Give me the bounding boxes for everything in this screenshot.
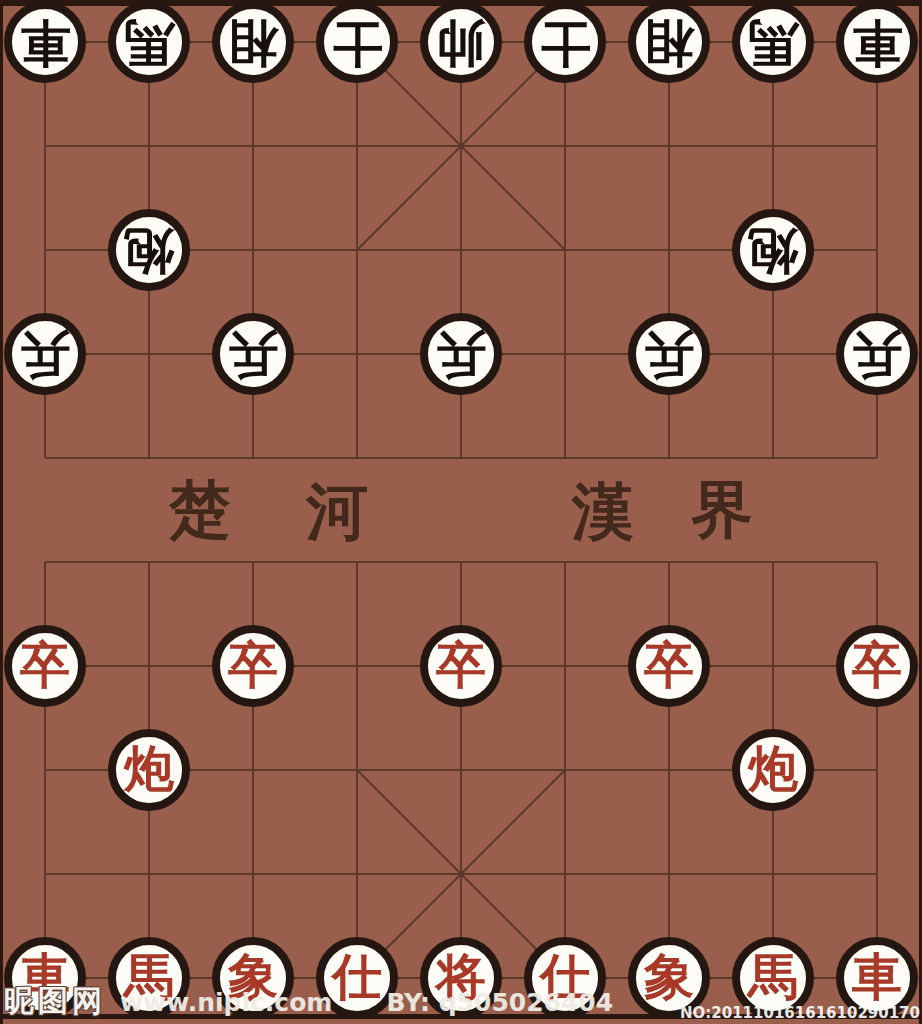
piece-red-soldier[interactable]: 卒: [628, 625, 710, 707]
piece-glyph: 馬: [748, 18, 798, 68]
piece-glyph: 卒: [644, 640, 694, 690]
board-cell: 炮: [721, 718, 825, 822]
piece-black-general[interactable]: 帅: [420, 1, 502, 83]
piece-glyph: 兵: [436, 330, 486, 380]
piece-black-soldier[interactable]: 兵: [212, 313, 294, 395]
board-cell: 卒: [409, 614, 513, 718]
piece-glyph: 炮: [748, 226, 798, 276]
piece-glyph: 車: [852, 18, 902, 68]
piece-black-soldier[interactable]: 兵: [420, 313, 502, 395]
board-cell: 炮: [97, 718, 201, 822]
board-cell: 兵: [409, 302, 513, 406]
piece-red-cannon[interactable]: 炮: [108, 729, 190, 811]
board-cell: 車: [825, 0, 922, 94]
piece-glyph: 馬: [124, 18, 174, 68]
board-cell: 卒: [0, 614, 97, 718]
piece-glyph: 士: [540, 18, 590, 68]
piece-glyph: 卒: [852, 640, 902, 690]
piece-black-soldier[interactable]: 兵: [4, 313, 86, 395]
piece-glyph: 帅: [436, 18, 486, 68]
pieces-layer: 車馬相士帅士相馬車炮炮兵兵兵兵兵卒卒卒卒卒炮炮車馬象仕将仕象馬車: [0, 0, 922, 1024]
piece-red-soldier[interactable]: 卒: [4, 625, 86, 707]
board-cell: 兵: [825, 302, 922, 406]
piece-black-soldier[interactable]: 兵: [628, 313, 710, 395]
piece-black-cannon[interactable]: 炮: [732, 209, 814, 291]
piece-glyph: 士: [332, 18, 382, 68]
piece-glyph: 兵: [20, 330, 70, 380]
piece-black-advisor[interactable]: 士: [524, 1, 606, 83]
piece-glyph: 車: [20, 18, 70, 68]
piece-glyph: 兵: [228, 330, 278, 380]
nipic-url: www.nipic.com: [120, 988, 332, 1017]
board-cell: 炮: [721, 198, 825, 302]
piece-glyph: 卒: [436, 640, 486, 690]
piece-black-soldier[interactable]: 兵: [836, 313, 918, 395]
board-cell: 兵: [0, 302, 97, 406]
board-cell: 馬: [721, 0, 825, 94]
piece-black-chariot[interactable]: 車: [836, 1, 918, 83]
serial-number: NO:20111016161610290170: [680, 1004, 920, 1022]
piece-black-elephant[interactable]: 相: [628, 1, 710, 83]
board-cell: 卒: [201, 614, 305, 718]
piece-black-elephant[interactable]: 相: [212, 1, 294, 83]
board-cell: 馬: [97, 0, 201, 94]
piece-glyph: 馬: [748, 952, 798, 1002]
board-cell: 卒: [825, 614, 922, 718]
piece-glyph: 兵: [644, 330, 694, 380]
piece-glyph: 相: [644, 18, 694, 68]
board-cell: 炮: [97, 198, 201, 302]
piece-black-advisor[interactable]: 士: [316, 1, 398, 83]
board-cell: 卒: [617, 614, 721, 718]
board-cell: 兵: [201, 302, 305, 406]
piece-black-horse[interactable]: 馬: [108, 1, 190, 83]
board-cell: 兵: [617, 302, 721, 406]
board-cell: 士: [513, 0, 617, 94]
piece-glyph: 象: [644, 952, 694, 1002]
nipic-logo: 昵图网: [4, 981, 106, 1022]
author-credit: BY: q505026404: [386, 988, 613, 1017]
xiangqi-board: 楚 河 漢 界 車馬相士帅士相馬車炮炮兵兵兵兵兵卒卒卒卒卒炮炮車馬象仕将仕象馬車…: [0, 0, 922, 1024]
piece-red-soldier[interactable]: 卒: [420, 625, 502, 707]
watermark-left: 昵图网 www.nipic.com BY: q505026404: [4, 981, 613, 1022]
piece-glyph: 車: [852, 952, 902, 1002]
piece-glyph: 兵: [852, 330, 902, 380]
board-cell: 帅: [409, 0, 513, 94]
piece-glyph: 炮: [124, 226, 174, 276]
piece-black-horse[interactable]: 馬: [732, 1, 814, 83]
piece-red-soldier[interactable]: 卒: [212, 625, 294, 707]
piece-glyph: 卒: [20, 640, 70, 690]
piece-glyph: 炮: [124, 744, 174, 794]
piece-glyph: 炮: [748, 744, 798, 794]
board-cell: 相: [201, 0, 305, 94]
board-cell: 士: [305, 0, 409, 94]
piece-glyph: 卒: [228, 640, 278, 690]
piece-glyph: 相: [228, 18, 278, 68]
piece-red-cannon[interactable]: 炮: [732, 729, 814, 811]
board-cell: 車: [0, 0, 97, 94]
piece-black-cannon[interactable]: 炮: [108, 209, 190, 291]
piece-red-soldier[interactable]: 卒: [836, 625, 918, 707]
board-cell: 相: [617, 0, 721, 94]
piece-black-chariot[interactable]: 車: [4, 1, 86, 83]
